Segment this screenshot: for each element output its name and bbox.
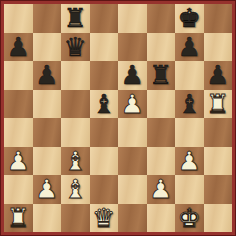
square-f8[interactable] [147, 4, 176, 33]
white-pawn-g3[interactable]: ♟ [178, 147, 201, 176]
square-g2[interactable] [175, 175, 204, 204]
square-c8[interactable]: ♜ [61, 4, 90, 33]
black-bishop-g5[interactable]: ♝ [178, 90, 201, 119]
square-e3[interactable] [118, 147, 147, 176]
white-bishop-c3[interactable]: ♝ [64, 147, 87, 176]
white-pawn-b2[interactable]: ♟ [35, 175, 58, 204]
white-rook-a1[interactable]: ♜ [7, 204, 30, 233]
square-g1[interactable]: ♚ [175, 204, 204, 233]
square-f3[interactable] [147, 147, 176, 176]
square-d5[interactable]: ♝ [90, 90, 119, 119]
square-a6[interactable] [4, 61, 33, 90]
square-b5[interactable] [33, 90, 62, 119]
black-rook-c8[interactable]: ♜ [64, 4, 87, 33]
square-a2[interactable] [4, 175, 33, 204]
square-b3[interactable] [33, 147, 62, 176]
square-g5[interactable]: ♝ [175, 90, 204, 119]
white-rook-h5[interactable]: ♜ [206, 90, 229, 119]
square-a3[interactable]: ♟ [4, 147, 33, 176]
square-h5[interactable]: ♜ [204, 90, 233, 119]
square-f4[interactable] [147, 118, 176, 147]
board-frame: ♜♚♟♛♟♟♟♜♟♝♟♝♜♟♝♟♟♝♟♜♛♚ [0, 0, 236, 236]
black-pawn-h6[interactable]: ♟ [206, 61, 229, 90]
white-bishop-c2[interactable]: ♝ [64, 175, 87, 204]
square-b6[interactable]: ♟ [33, 61, 62, 90]
square-c1[interactable] [61, 204, 90, 233]
square-a7[interactable]: ♟ [4, 33, 33, 62]
square-e2[interactable] [118, 175, 147, 204]
square-h8[interactable] [204, 4, 233, 33]
square-c2[interactable]: ♝ [61, 175, 90, 204]
square-e6[interactable]: ♟ [118, 61, 147, 90]
square-d2[interactable] [90, 175, 119, 204]
square-g7[interactable]: ♟ [175, 33, 204, 62]
square-f5[interactable] [147, 90, 176, 119]
black-king-g8[interactable]: ♚ [178, 4, 201, 33]
square-g8[interactable]: ♚ [175, 4, 204, 33]
square-f1[interactable] [147, 204, 176, 233]
square-f6[interactable]: ♜ [147, 61, 176, 90]
white-pawn-f2[interactable]: ♟ [149, 175, 172, 204]
square-c6[interactable] [61, 61, 90, 90]
black-bishop-d5[interactable]: ♝ [92, 90, 115, 119]
white-queen-d1[interactable]: ♛ [92, 204, 115, 233]
black-rook-f6[interactable]: ♜ [149, 61, 172, 90]
square-c3[interactable]: ♝ [61, 147, 90, 176]
square-e5[interactable]: ♟ [118, 90, 147, 119]
black-pawn-g7[interactable]: ♟ [178, 33, 201, 62]
square-h2[interactable] [204, 175, 233, 204]
square-b1[interactable] [33, 204, 62, 233]
square-b8[interactable] [33, 4, 62, 33]
square-b2[interactable]: ♟ [33, 175, 62, 204]
square-c7[interactable]: ♛ [61, 33, 90, 62]
black-pawn-a7[interactable]: ♟ [7, 33, 30, 62]
square-d1[interactable]: ♛ [90, 204, 119, 233]
square-d7[interactable] [90, 33, 119, 62]
square-b7[interactable] [33, 33, 62, 62]
white-pawn-a3[interactable]: ♟ [7, 147, 30, 176]
square-a4[interactable] [4, 118, 33, 147]
black-queen-c7[interactable]: ♛ [64, 33, 87, 62]
square-h6[interactable]: ♟ [204, 61, 233, 90]
square-d6[interactable] [90, 61, 119, 90]
chess-board: ♜♚♟♛♟♟♟♜♟♝♟♝♜♟♝♟♟♝♟♜♛♚ [1, 1, 235, 235]
square-g6[interactable] [175, 61, 204, 90]
square-g3[interactable]: ♟ [175, 147, 204, 176]
square-c5[interactable] [61, 90, 90, 119]
square-e7[interactable] [118, 33, 147, 62]
square-a1[interactable]: ♜ [4, 204, 33, 233]
square-a8[interactable] [4, 4, 33, 33]
white-pawn-e5[interactable]: ♟ [121, 90, 144, 119]
square-f2[interactable]: ♟ [147, 175, 176, 204]
square-h7[interactable] [204, 33, 233, 62]
square-h4[interactable] [204, 118, 233, 147]
square-a5[interactable] [4, 90, 33, 119]
square-c4[interactable] [61, 118, 90, 147]
square-h1[interactable] [204, 204, 233, 233]
black-pawn-b6[interactable]: ♟ [35, 61, 58, 90]
square-d4[interactable] [90, 118, 119, 147]
square-e1[interactable] [118, 204, 147, 233]
square-d3[interactable] [90, 147, 119, 176]
square-g4[interactable] [175, 118, 204, 147]
white-king-g1[interactable]: ♚ [178, 204, 201, 233]
square-h3[interactable] [204, 147, 233, 176]
square-d8[interactable] [90, 4, 119, 33]
square-b4[interactable] [33, 118, 62, 147]
square-e8[interactable] [118, 4, 147, 33]
square-e4[interactable] [118, 118, 147, 147]
square-f7[interactable] [147, 33, 176, 62]
black-pawn-e6[interactable]: ♟ [121, 61, 144, 90]
